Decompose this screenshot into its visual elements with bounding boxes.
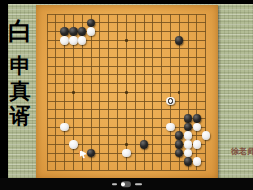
black-stone-16-17 (184, 157, 192, 165)
grid-line (152, 14, 153, 170)
black-stone-15-16 (175, 149, 183, 157)
white-stone-16-14 (184, 131, 192, 139)
placement-cursor-icon (79, 150, 87, 159)
star-point (72, 91, 74, 93)
go-board (36, 5, 218, 179)
white-stone-2-13 (60, 123, 68, 131)
video-frame: 白 申真谞 徐老师 (0, 0, 253, 190)
white-stone-17-15 (193, 140, 201, 148)
grid-line (161, 14, 162, 170)
grid-line (47, 170, 206, 171)
grid-line (47, 118, 206, 119)
white-stone-3-15 (69, 140, 77, 148)
watermark-text: 徐老师 (231, 146, 253, 157)
white-stone-16-15 (184, 140, 192, 148)
white-stone-18-14 (202, 131, 210, 139)
black-stone-16-13 (184, 123, 192, 131)
grid-line (47, 127, 206, 128)
black-stone-3-2 (69, 27, 77, 35)
bar-left-label (112, 183, 117, 186)
white-stone-2-3 (60, 36, 68, 44)
white-stone-17-13 (193, 123, 201, 131)
white-stone-14-13 (166, 123, 174, 131)
white-stone-5-2 (87, 27, 95, 35)
playback-toggle[interactable] (121, 181, 131, 187)
player-name: 申真谞 (7, 53, 33, 128)
white-stone-17-17 (193, 157, 201, 165)
grid-line (47, 161, 206, 162)
star-point (125, 143, 127, 145)
video-bar-controls (112, 181, 142, 187)
black-stone-15-3 (175, 36, 183, 44)
white-stone-3-3 (69, 36, 77, 44)
grid-line (47, 109, 206, 110)
grid-line (47, 101, 206, 102)
star-point (125, 39, 127, 41)
grid-line (205, 14, 206, 170)
black-stone-2-2 (60, 27, 68, 35)
black-stone-4-2 (78, 27, 86, 35)
star-point (125, 91, 127, 93)
video-control-bar[interactable] (0, 178, 253, 190)
grid-line (170, 14, 171, 170)
white-stone-9-16 (122, 149, 130, 157)
black-stone-16-12 (184, 114, 192, 122)
bar-right-label (135, 183, 142, 186)
white-stone-16-16 (184, 149, 192, 157)
black-stone-5-1 (87, 19, 95, 27)
black-stone-15-14 (175, 131, 183, 139)
player-color-label: 白 (7, 18, 33, 44)
black-stone-5-16 (87, 149, 95, 157)
black-stone-17-12 (193, 114, 201, 122)
black-stone-15-15 (175, 140, 183, 148)
black-stone-11-15 (140, 140, 148, 148)
white-stone-4-3 (78, 36, 86, 44)
grid-line (135, 14, 136, 170)
toggle-knob-icon (121, 182, 125, 186)
player-info-panel: 白 申真谞 (7, 4, 33, 128)
last-move-marker-icon (168, 98, 173, 103)
